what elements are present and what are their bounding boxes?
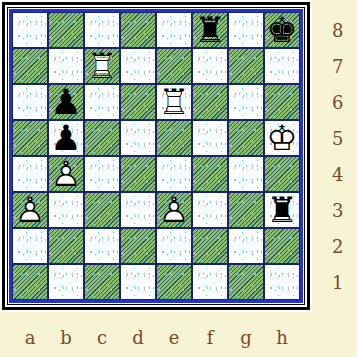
square-c6[interactable]	[84, 84, 120, 120]
rank-label-6: 6	[312, 84, 357, 120]
rank-labels: 87654321	[312, 12, 357, 300]
square-b7[interactable]	[48, 48, 84, 84]
square-h4[interactable]	[264, 156, 300, 192]
piece-white-pawn: ♟♙	[156, 192, 192, 228]
file-label-b: b	[48, 322, 84, 352]
rank-label-7: 7	[312, 48, 357, 84]
file-labels: abcdefgh	[12, 322, 300, 352]
piece-black-king: ♚	[264, 12, 300, 48]
square-f4[interactable]	[192, 156, 228, 192]
square-a6[interactable]	[12, 84, 48, 120]
piece-white-pawn: ♟♙	[12, 192, 48, 228]
rank-label-2: 2	[312, 228, 357, 264]
file-label-g: g	[228, 322, 264, 352]
square-g1[interactable]	[228, 264, 264, 300]
frame-blue-border: ♜♚♜♖♟♜♖♟♚♔♟♙♟♙♟♙♜	[9, 9, 303, 303]
square-d1[interactable]	[120, 264, 156, 300]
square-h2[interactable]	[264, 228, 300, 264]
file-label-c: c	[84, 322, 120, 352]
rank-label-1: 1	[312, 264, 357, 300]
square-d4[interactable]	[120, 156, 156, 192]
square-g4[interactable]	[228, 156, 264, 192]
square-a7[interactable]	[12, 48, 48, 84]
square-a5[interactable]	[12, 120, 48, 156]
square-h1[interactable]	[264, 264, 300, 300]
board-frame: ♜♚♜♖♟♜♖♟♚♔♟♙♟♙♟♙♜	[0, 0, 312, 312]
square-d6[interactable]	[120, 84, 156, 120]
square-h3[interactable]: ♜	[264, 192, 300, 228]
square-c3[interactable]	[84, 192, 120, 228]
file-label-f: f	[192, 322, 228, 352]
frame-white-inner: ♜♚♜♖♟♜♖♟♚♔♟♙♟♙♟♙♜	[8, 8, 304, 304]
square-c1[interactable]	[84, 264, 120, 300]
square-f1[interactable]	[192, 264, 228, 300]
rank-label-3: 3	[312, 192, 357, 228]
square-a3[interactable]: ♟♙	[12, 192, 48, 228]
chess-board: ♜♚♜♖♟♜♖♟♚♔♟♙♟♙♟♙♜	[12, 12, 300, 300]
square-e1[interactable]	[156, 264, 192, 300]
square-f6[interactable]	[192, 84, 228, 120]
square-a4[interactable]	[12, 156, 48, 192]
square-g3[interactable]	[228, 192, 264, 228]
square-g8[interactable]	[228, 12, 264, 48]
rank-label-8: 8	[312, 12, 357, 48]
piece-white-pawn: ♟♙	[48, 156, 84, 192]
piece-black-rook: ♜	[192, 12, 228, 48]
square-d2[interactable]	[120, 228, 156, 264]
piece-black-rook: ♜	[264, 192, 300, 228]
square-b1[interactable]	[48, 264, 84, 300]
square-f2[interactable]	[192, 228, 228, 264]
square-a1[interactable]	[12, 264, 48, 300]
square-e6[interactable]: ♜♖	[156, 84, 192, 120]
square-e4[interactable]	[156, 156, 192, 192]
file-label-d: d	[120, 322, 156, 352]
square-g5[interactable]	[228, 120, 264, 156]
square-c4[interactable]	[84, 156, 120, 192]
piece-white-rook: ♜♖	[84, 48, 120, 84]
file-label-e: e	[156, 322, 192, 352]
square-h7[interactable]	[264, 48, 300, 84]
square-c7[interactable]: ♜♖	[84, 48, 120, 84]
square-d3[interactable]	[120, 192, 156, 228]
square-g2[interactable]	[228, 228, 264, 264]
frame-black-outer: ♜♚♜♖♟♜♖♟♚♔♟♙♟♙♟♙♜	[2, 2, 310, 310]
square-b6[interactable]: ♟	[48, 84, 84, 120]
piece-white-rook: ♜♖	[156, 84, 192, 120]
piece-white-king: ♚♔	[264, 120, 300, 156]
square-b8[interactable]	[48, 12, 84, 48]
square-b2[interactable]	[48, 228, 84, 264]
square-f8[interactable]: ♜	[192, 12, 228, 48]
square-b4[interactable]: ♟♙	[48, 156, 84, 192]
square-c5[interactable]	[84, 120, 120, 156]
frame-black-inner: ♜♚♜♖♟♜♖♟♚♔♟♙♟♙♟♙♜	[7, 7, 305, 305]
square-g7[interactable]	[228, 48, 264, 84]
rank-label-5: 5	[312, 120, 357, 156]
square-e7[interactable]	[156, 48, 192, 84]
square-e5[interactable]	[156, 120, 192, 156]
square-a2[interactable]	[12, 228, 48, 264]
square-d8[interactable]	[120, 12, 156, 48]
square-b5[interactable]: ♟	[48, 120, 84, 156]
rank-label-4: 4	[312, 156, 357, 192]
frame-white-gap: ♜♚♜♖♟♜♖♟♚♔♟♙♟♙♟♙♜	[5, 5, 307, 307]
file-label-h: h	[264, 322, 300, 352]
square-d5[interactable]	[120, 120, 156, 156]
file-label-a: a	[12, 322, 48, 352]
square-h6[interactable]	[264, 84, 300, 120]
square-f5[interactable]	[192, 120, 228, 156]
square-e8[interactable]	[156, 12, 192, 48]
square-h8[interactable]: ♚	[264, 12, 300, 48]
square-e2[interactable]	[156, 228, 192, 264]
square-a8[interactable]	[12, 12, 48, 48]
square-h5[interactable]: ♚♔	[264, 120, 300, 156]
square-f3[interactable]	[192, 192, 228, 228]
square-f7[interactable]	[192, 48, 228, 84]
piece-black-pawn: ♟	[48, 120, 84, 156]
square-b3[interactable]	[48, 192, 84, 228]
square-g6[interactable]	[228, 84, 264, 120]
square-c2[interactable]	[84, 228, 120, 264]
square-d7[interactable]	[120, 48, 156, 84]
square-c8[interactable]	[84, 12, 120, 48]
piece-black-pawn: ♟	[48, 84, 84, 120]
square-e3[interactable]: ♟♙	[156, 192, 192, 228]
